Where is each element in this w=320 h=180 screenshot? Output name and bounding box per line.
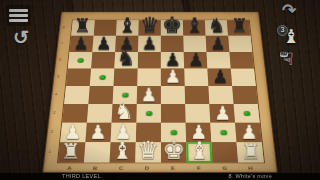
black-pawn-b7[interactable]: ♟ (96, 34, 112, 52)
square-d4[interactable]: ♟ (137, 86, 161, 104)
white-king-e1[interactable]: ♚ (162, 137, 185, 163)
square-g1[interactable] (211, 142, 238, 162)
file-label-B: B (82, 166, 108, 171)
rank-label-5: 5 (56, 68, 60, 85)
square-b7[interactable]: ♟ (92, 36, 116, 52)
square-f6[interactable]: ♟ (184, 52, 208, 69)
file-label-E: E (160, 166, 186, 171)
square-g2[interactable] (210, 123, 236, 143)
move-hint-dot-g2[interactable] (220, 130, 227, 135)
square-h6[interactable] (229, 52, 254, 69)
chess-board[interactable]: ♜♝♛♚♝♞♜♟♟♟♟♟♞♟♟♟♟♟♞♟♟♟♟♟♟♜♝♛♚♝♜ ABCDEFGH… (42, 12, 278, 173)
file-label-A: A (56, 166, 82, 171)
square-a6[interactable] (68, 52, 93, 69)
square-f5[interactable] (184, 69, 208, 86)
square-a3[interactable] (62, 104, 88, 123)
file-label-H: H (237, 166, 263, 171)
rank-label-3: 3 (52, 103, 57, 122)
rank-label-6: 6 (58, 51, 62, 68)
square-c6[interactable]: ♞ (114, 52, 138, 69)
level-label: THIRD LEVEL (62, 174, 101, 180)
file-label-D: D (134, 166, 160, 171)
square-a5[interactable] (66, 69, 91, 86)
level-badge: 3 (277, 25, 288, 36)
rank-label-4: 4 (54, 85, 59, 103)
move-hint-dot-b5[interactable] (99, 75, 106, 80)
white-rook-a1[interactable]: ♜ (61, 141, 81, 163)
white-queen-d1[interactable]: ♛ (137, 138, 159, 163)
square-e3[interactable] (161, 104, 186, 123)
hamburger-bar (9, 14, 28, 17)
square-d7[interactable]: ♟ (138, 36, 161, 52)
rank-label-7: 7 (60, 35, 64, 51)
restart-rotate-icon[interactable]: ↺ (13, 28, 29, 47)
square-a7[interactable]: ♟ (70, 36, 94, 52)
square-b4[interactable] (88, 86, 113, 104)
square-g3[interactable]: ♟ (209, 104, 235, 123)
square-f4[interactable] (185, 86, 210, 104)
black-pawn-d7[interactable]: ♟ (142, 34, 158, 52)
square-b2[interactable]: ♟ (85, 123, 111, 143)
square-f8[interactable]: ♝ (183, 20, 206, 35)
square-a1[interactable]: ♜ (58, 142, 85, 162)
chess-app-screen: ↺ ↷ ♝3 ☟AD ♜♝♛♚♝♞♜♟♟♟♟♟♞♟♟♟♟♟♞♟♟♟♟♟♟♜♝♛♚… (0, 0, 320, 180)
black-bishop-f8[interactable]: ♝ (185, 15, 204, 36)
move-hint-dot-c4[interactable] (122, 92, 129, 97)
square-h3[interactable] (234, 104, 260, 123)
square-g7[interactable]: ♟ (206, 36, 230, 52)
square-c1[interactable]: ♝ (110, 142, 136, 162)
square-b3[interactable] (87, 104, 113, 123)
square-c3[interactable]: ♞ (112, 104, 137, 123)
square-e4[interactable] (161, 86, 185, 104)
black-rook-h8[interactable]: ♜ (231, 17, 248, 36)
file-label-C: C (108, 166, 134, 171)
rank-label-8: 8 (62, 20, 66, 35)
white-pawn-e5[interactable]: ♟ (165, 68, 181, 86)
file-label-F: F (186, 166, 212, 171)
move-hint-dot-d3[interactable] (145, 111, 152, 116)
square-b1[interactable] (84, 142, 111, 162)
black-knight-c6[interactable]: ♞ (117, 48, 135, 69)
move-hint-dot-a6[interactable] (77, 58, 84, 62)
square-h5[interactable] (231, 69, 256, 86)
ad-label: AD (280, 52, 288, 57)
square-d5[interactable] (137, 69, 161, 86)
square-f3[interactable] (185, 104, 210, 123)
white-rook-h1[interactable]: ♜ (241, 141, 261, 163)
square-a4[interactable] (64, 86, 90, 104)
move-indicator: 8. White's move (229, 174, 272, 180)
rank-label-2: 2 (50, 122, 55, 141)
black-king-e8[interactable]: ♚ (162, 13, 182, 35)
redo-arrow-icon[interactable]: ↷ (282, 2, 296, 19)
white-bishop-c1[interactable]: ♝ (112, 139, 133, 163)
file-label-G: G (212, 166, 238, 171)
square-g5[interactable]: ♟ (207, 69, 232, 86)
square-e8[interactable]: ♚ (161, 20, 183, 35)
white-pawn-d4[interactable]: ♟ (140, 85, 157, 104)
hamburger-bar (9, 19, 28, 22)
difficulty-level-indicator[interactable]: ♝3 (283, 27, 300, 46)
board-grid: ♜♝♛♚♝♞♜♟♟♟♟♟♞♟♟♟♟♟♞♟♟♟♟♟♟♜♝♛♚♝♜ (57, 20, 265, 164)
move-hint-dot-h3[interactable] (243, 111, 250, 116)
square-d6[interactable] (138, 52, 161, 69)
black-pawn-a7[interactable]: ♟ (73, 34, 89, 52)
square-h7[interactable] (228, 36, 252, 52)
square-h4[interactable] (232, 86, 258, 104)
rank-label-1: 1 (47, 141, 52, 161)
square-e1[interactable]: ♚ (161, 142, 187, 162)
hand-pointer-icon[interactable]: ☟AD (283, 51, 293, 68)
board-scene: ♜♝♛♚♝♞♜♟♟♟♟♟♞♟♟♟♟♟♞♟♟♟♟♟♟♜♝♛♚♝♜ ABCDEFGH… (42, 0, 278, 177)
black-pawn-g5[interactable]: ♟ (212, 68, 228, 86)
square-h1[interactable]: ♜ (237, 142, 264, 162)
white-knight-c3[interactable]: ♞ (114, 101, 134, 123)
white-pawn-g3[interactable]: ♟ (214, 104, 231, 123)
square-b5[interactable] (90, 69, 115, 86)
status-bar: THIRD LEVEL 8. White's move (0, 173, 320, 180)
square-g4[interactable] (208, 86, 233, 104)
square-b6[interactable] (91, 52, 115, 69)
file-labels: ABCDEFGH (56, 166, 263, 171)
square-c5[interactable] (113, 69, 137, 86)
black-pawn-g7[interactable]: ♟ (210, 34, 226, 52)
white-bishop-f1[interactable]: ♝ (189, 139, 210, 163)
square-d1[interactable]: ♛ (135, 142, 161, 162)
square-f1[interactable]: ♝ (186, 142, 212, 162)
black-pawn-f6[interactable]: ♟ (188, 51, 204, 69)
square-e5[interactable]: ♟ (161, 69, 185, 86)
square-h8[interactable]: ♜ (227, 20, 251, 35)
hamburger-bar (9, 9, 28, 12)
square-d3[interactable] (136, 104, 161, 123)
hamburger-menu-icon[interactable] (6, 5, 31, 26)
white-pawn-b2[interactable]: ♟ (89, 123, 106, 142)
